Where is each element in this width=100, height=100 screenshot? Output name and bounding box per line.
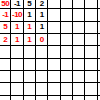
grid-cell-r8c6[interactable] [73, 96, 85, 100]
grid-cell-r5c3[interactable] [36, 59, 48, 71]
grid-cell-r6c5[interactable] [61, 71, 73, 83]
puzzle-grid: 50-152-1-101151112110 [0, 0, 100, 100]
grid-cell-r0c4[interactable] [48, 0, 60, 9]
grid-cell-r1c2[interactable]: 1 [24, 9, 36, 21]
grid-cell-r0c3[interactable]: 2 [36, 0, 48, 9]
grid-cell-r0c0[interactable]: 50 [0, 0, 11, 9]
grid-cell-r7c7[interactable] [85, 83, 97, 95]
grid-cell-r3c8[interactable] [98, 34, 100, 46]
grid-cell-r8c5[interactable] [61, 96, 73, 100]
grid-cell-r5c0[interactable] [0, 59, 11, 71]
grid-cell-r1c0[interactable]: -1 [0, 9, 11, 21]
grid-cell-r5c4[interactable] [48, 59, 60, 71]
grid-cell-r6c2[interactable] [24, 71, 36, 83]
grid-cell-r5c1[interactable] [11, 59, 23, 71]
grid-cell-r4c7[interactable] [85, 46, 97, 58]
grid-cell-r1c6[interactable] [73, 9, 85, 21]
grid-cell-r2c7[interactable] [85, 22, 97, 34]
grid-cell-r1c7[interactable] [85, 9, 97, 21]
grid-cell-r4c5[interactable] [61, 46, 73, 58]
grid-cell-r1c5[interactable] [61, 9, 73, 21]
grid-cell-r8c8[interactable] [98, 96, 100, 100]
grid-cell-r4c3[interactable] [36, 46, 48, 58]
grid-cell-r3c1[interactable]: 1 [11, 34, 23, 46]
grid-cell-r1c4[interactable] [48, 9, 60, 21]
grid-cell-r3c4[interactable] [48, 34, 60, 46]
grid-cell-r3c2[interactable]: 1 [24, 34, 36, 46]
grid-cell-r4c8[interactable] [98, 46, 100, 58]
grid-cell-r8c1[interactable] [11, 96, 23, 100]
grid-cell-r0c2[interactable]: 5 [24, 0, 36, 9]
grid-cell-r7c0[interactable] [0, 83, 11, 95]
grid-cell-r3c3[interactable]: 0 [36, 34, 48, 46]
grid-cell-r0c5[interactable] [61, 0, 73, 9]
grid-cell-r2c1[interactable]: 1 [11, 22, 23, 34]
grid-cell-r7c3[interactable] [36, 83, 48, 95]
grid-cell-r6c7[interactable] [85, 71, 97, 83]
grid-cell-r4c1[interactable] [11, 46, 23, 58]
grid-cell-r6c3[interactable] [36, 71, 48, 83]
grid-cell-r4c2[interactable] [24, 46, 36, 58]
grid-cell-r1c1[interactable]: -10 [11, 9, 23, 21]
grid-cell-r6c4[interactable] [48, 71, 60, 83]
grid-cell-r5c6[interactable] [73, 59, 85, 71]
grid-cell-r3c0[interactable]: 2 [0, 34, 11, 46]
grid-cell-r2c4[interactable] [48, 22, 60, 34]
grid-cell-r4c0[interactable] [0, 46, 11, 58]
grid-cell-r8c3[interactable] [36, 96, 48, 100]
grid-cell-r7c2[interactable] [24, 83, 36, 95]
grid-cell-r7c6[interactable] [73, 83, 85, 95]
grid-cell-r0c6[interactable] [73, 0, 85, 9]
grid-cell-r8c2[interactable] [24, 96, 36, 100]
grid-cell-r4c4[interactable] [48, 46, 60, 58]
grid-cell-r3c7[interactable] [85, 34, 97, 46]
grid-cell-r0c7[interactable] [85, 0, 97, 9]
grid-cell-r7c5[interactable] [61, 83, 73, 95]
grid-cell-r1c3[interactable]: 1 [36, 9, 48, 21]
grid-cell-r7c4[interactable] [48, 83, 60, 95]
grid-cell-r5c7[interactable] [85, 59, 97, 71]
grid-cell-r5c5[interactable] [61, 59, 73, 71]
grid-cell-r7c1[interactable] [11, 83, 23, 95]
grid-cell-r4c6[interactable] [73, 46, 85, 58]
grid-cell-r3c5[interactable] [61, 34, 73, 46]
grid-cell-r3c6[interactable] [73, 34, 85, 46]
grid-cell-r6c0[interactable] [0, 71, 11, 83]
grid-cell-r8c7[interactable] [85, 96, 97, 100]
grid-cell-r6c8[interactable] [98, 71, 100, 83]
grid-cell-r0c8[interactable] [98, 0, 100, 9]
grid-cell-r8c0[interactable] [0, 96, 11, 100]
grid-cell-r0c1[interactable]: -1 [11, 0, 23, 9]
grid-cell-r5c2[interactable] [24, 59, 36, 71]
grid-cell-r2c3[interactable]: 1 [36, 22, 48, 34]
grid-cell-r2c0[interactable]: 5 [0, 22, 11, 34]
grid-cell-r6c6[interactable] [73, 71, 85, 83]
grid-cell-r5c8[interactable] [98, 59, 100, 71]
grid-cell-r2c2[interactable]: 1 [24, 22, 36, 34]
grid-cell-r2c5[interactable] [61, 22, 73, 34]
grid-cell-r7c8[interactable] [98, 83, 100, 95]
grid-cell-r2c6[interactable] [73, 22, 85, 34]
grid-cell-r2c8[interactable] [98, 22, 100, 34]
grid-cell-r6c1[interactable] [11, 71, 23, 83]
grid-cell-r8c4[interactable] [48, 96, 60, 100]
grid-cell-r1c8[interactable] [98, 9, 100, 21]
